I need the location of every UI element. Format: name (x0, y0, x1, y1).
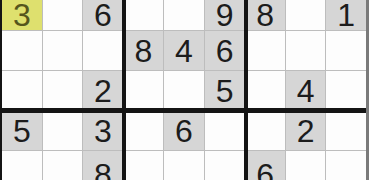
cell-r3c5[interactable] (164, 71, 204, 110)
cell-r5c3[interactable]: 8 (83, 151, 123, 180)
cell-r5c5[interactable] (164, 151, 204, 180)
cell-value: 6 (175, 115, 193, 147)
cell-r1c9[interactable]: 1 (326, 0, 366, 30)
cell-value: 2 (94, 75, 112, 107)
cell-r4c9[interactable] (326, 111, 366, 150)
cell-r1c1[interactable]: 3 (2, 0, 42, 30)
cell-r4c5[interactable]: 6 (164, 111, 204, 150)
cell-r2c3[interactable] (83, 31, 123, 70)
cell-value: 5 (216, 75, 234, 107)
cell-r5c6[interactable] (205, 151, 245, 180)
cell-r4c3[interactable]: 3 (83, 111, 123, 150)
cell-r1c7[interactable]: 8 (245, 0, 285, 30)
cell-r3c2[interactable] (43, 71, 83, 110)
cell-value: 3 (94, 115, 112, 147)
cell-r5c1[interactable] (2, 151, 42, 180)
cell-r3c9[interactable] (326, 71, 366, 110)
cell-value: 6 (94, 0, 112, 31)
cell-r3c7[interactable] (245, 71, 285, 110)
cell-r4c8[interactable]: 2 (286, 111, 326, 150)
cell-value: 9 (216, 0, 234, 31)
cell-r1c3[interactable]: 6 (83, 0, 123, 30)
cell-value: 6 (256, 159, 274, 180)
cell-value: 1 (337, 0, 355, 31)
sudoku-grid: 36981846254536286 (2, 0, 366, 180)
cell-r5c8[interactable] (286, 151, 326, 180)
cell-r5c9[interactable] (326, 151, 366, 180)
cell-r2c6[interactable]: 6 (205, 31, 245, 70)
cell-r2c4[interactable]: 8 (124, 31, 164, 70)
cell-value: 5 (13, 115, 31, 147)
cell-r2c1[interactable] (2, 31, 42, 70)
cell-r1c5[interactable] (164, 0, 204, 30)
cell-r2c7[interactable] (245, 31, 285, 70)
cell-value: 4 (297, 75, 315, 107)
cell-r5c2[interactable] (43, 151, 83, 180)
cell-r1c2[interactable] (43, 0, 83, 30)
cell-r1c6[interactable]: 9 (205, 0, 245, 30)
cell-r3c4[interactable] (124, 71, 164, 110)
cell-r2c2[interactable] (43, 31, 83, 70)
cell-r2c5[interactable]: 4 (164, 31, 204, 70)
cell-r3c1[interactable] (2, 71, 42, 110)
sudoku-board: 36981846254536286 (0, 0, 369, 180)
cell-value: 6 (216, 35, 234, 67)
cell-r5c7[interactable]: 6 (245, 151, 285, 180)
cell-r2c9[interactable] (326, 31, 366, 70)
cell-value: 8 (256, 0, 274, 31)
cell-r1c8[interactable] (286, 0, 326, 30)
cell-r4c4[interactable] (124, 111, 164, 150)
cell-r1c4[interactable] (124, 0, 164, 30)
cell-value: 3 (13, 0, 31, 31)
cell-value: 8 (94, 159, 112, 180)
cell-r4c2[interactable] (43, 111, 83, 150)
cell-r5c4[interactable] (124, 151, 164, 180)
cell-r4c7[interactable] (245, 111, 285, 150)
cell-value: 4 (175, 35, 193, 67)
cell-r4c1[interactable]: 5 (2, 111, 42, 150)
cell-value: 2 (297, 115, 315, 147)
cell-r2c8[interactable] (286, 31, 326, 70)
cell-r3c8[interactable]: 4 (286, 71, 326, 110)
cell-r3c6[interactable]: 5 (205, 71, 245, 110)
cell-value: 8 (135, 35, 153, 67)
cell-r3c3[interactable]: 2 (83, 71, 123, 110)
cell-r4c6[interactable] (205, 111, 245, 150)
